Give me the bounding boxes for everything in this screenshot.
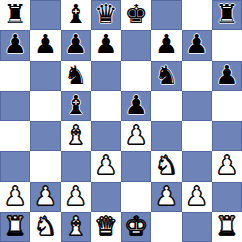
square-g3[interactable] [182,151,212,181]
square-a8[interactable]: ♜ [0,0,30,30]
white-pawn-piece[interactable]: ♟ [34,183,57,209]
white-king-piece[interactable]: ♚ [124,213,147,239]
square-e5[interactable]: ♟ [121,91,151,121]
white-knight-piece[interactable]: ♞ [34,213,57,239]
square-f8[interactable] [151,0,181,30]
square-b1[interactable]: ♞ [30,212,60,242]
square-b8[interactable] [30,0,60,30]
square-d5[interactable] [91,91,121,121]
square-e2[interactable] [121,182,151,212]
square-d4[interactable] [91,121,121,151]
square-d1[interactable]: ♛ [91,212,121,242]
white-knight-piece[interactable]: ♞ [155,152,178,178]
square-b3[interactable] [30,151,60,181]
black-pawn-piece[interactable]: ♟ [3,31,26,57]
square-a5[interactable] [0,91,30,121]
white-rook-piece[interactable]: ♜ [3,213,26,239]
square-h3[interactable]: ♟ [212,151,242,181]
square-g1[interactable] [182,212,212,242]
white-bishop-piece[interactable]: ♝ [64,213,87,239]
square-h8[interactable]: ♜ [212,0,242,30]
square-e1[interactable]: ♚ [121,212,151,242]
square-f2[interactable]: ♟ [151,182,181,212]
square-h1[interactable]: ♜ [212,212,242,242]
black-pawn-piece[interactable]: ♟ [94,31,117,57]
white-queen-piece[interactable]: ♛ [94,213,117,239]
square-h7[interactable] [212,30,242,60]
chess-board: ♜♝♛♚♜♟♟♟♟♟♟♞♞♟♝♟♝♟♟♞♟♟♟♟♟♟♜♞♝♛♚♜ [0,0,242,242]
black-rook-piece[interactable]: ♜ [215,1,238,27]
square-b4[interactable] [30,121,60,151]
square-f5[interactable] [151,91,181,121]
black-pawn-piece[interactable]: ♟ [185,31,208,57]
black-king-piece[interactable]: ♚ [124,1,147,27]
white-pawn-piece[interactable]: ♟ [155,183,178,209]
black-queen-piece[interactable]: ♛ [94,1,117,27]
square-g6[interactable] [182,61,212,91]
white-pawn-piece[interactable]: ♟ [124,122,147,148]
square-c4[interactable]: ♝ [61,121,91,151]
square-c1[interactable]: ♝ [61,212,91,242]
square-g4[interactable] [182,121,212,151]
square-f4[interactable] [151,121,181,151]
square-b6[interactable] [30,61,60,91]
white-pawn-piece[interactable]: ♟ [94,152,117,178]
square-e6[interactable] [121,61,151,91]
square-b5[interactable] [30,91,60,121]
square-h6[interactable]: ♟ [212,61,242,91]
black-knight-piece[interactable]: ♞ [64,62,87,88]
square-d3[interactable]: ♟ [91,151,121,181]
square-e3[interactable] [121,151,151,181]
square-f6[interactable]: ♞ [151,61,181,91]
square-e7[interactable] [121,30,151,60]
square-a6[interactable] [0,61,30,91]
square-d6[interactable] [91,61,121,91]
square-h2[interactable] [212,182,242,212]
black-bishop-piece[interactable]: ♝ [64,92,87,118]
square-a7[interactable]: ♟ [0,30,30,60]
white-pawn-piece[interactable]: ♟ [64,183,87,209]
black-pawn-piece[interactable]: ♟ [124,92,147,118]
white-bishop-piece[interactable]: ♝ [64,122,87,148]
square-c3[interactable] [61,151,91,181]
square-g2[interactable]: ♟ [182,182,212,212]
square-g8[interactable] [182,0,212,30]
black-pawn-piece[interactable]: ♟ [34,31,57,57]
square-c8[interactable]: ♝ [61,0,91,30]
square-g5[interactable] [182,91,212,121]
black-pawn-piece[interactable]: ♟ [64,31,87,57]
square-f7[interactable]: ♟ [151,30,181,60]
square-d7[interactable]: ♟ [91,30,121,60]
black-rook-piece[interactable]: ♜ [3,1,26,27]
square-h4[interactable] [212,121,242,151]
black-pawn-piece[interactable]: ♟ [155,31,178,57]
square-e4[interactable]: ♟ [121,121,151,151]
square-f1[interactable] [151,212,181,242]
square-a1[interactable]: ♜ [0,212,30,242]
white-pawn-piece[interactable]: ♟ [215,152,238,178]
square-a3[interactable] [0,151,30,181]
black-pawn-piece[interactable]: ♟ [215,62,238,88]
black-bishop-piece[interactable]: ♝ [64,1,87,27]
square-f3[interactable]: ♞ [151,151,181,181]
square-b2[interactable]: ♟ [30,182,60,212]
square-d2[interactable] [91,182,121,212]
square-c2[interactable]: ♟ [61,182,91,212]
white-rook-piece[interactable]: ♜ [215,213,238,239]
square-e8[interactable]: ♚ [121,0,151,30]
square-h5[interactable] [212,91,242,121]
square-g7[interactable]: ♟ [182,30,212,60]
white-pawn-piece[interactable]: ♟ [3,183,26,209]
square-c5[interactable]: ♝ [61,91,91,121]
square-d8[interactable]: ♛ [91,0,121,30]
square-c6[interactable]: ♞ [61,61,91,91]
white-pawn-piece[interactable]: ♟ [185,183,208,209]
square-a2[interactable]: ♟ [0,182,30,212]
black-knight-piece[interactable]: ♞ [155,62,178,88]
square-c7[interactable]: ♟ [61,30,91,60]
square-b7[interactable]: ♟ [30,30,60,60]
square-a4[interactable] [0,121,30,151]
